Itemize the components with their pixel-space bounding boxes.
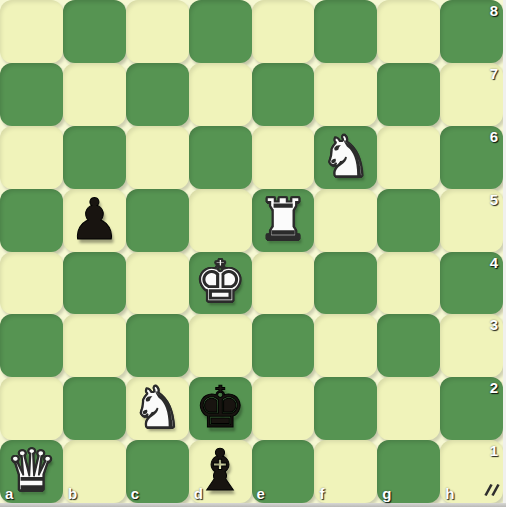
square-f7[interactable] — [314, 63, 377, 126]
square-f4[interactable] — [314, 252, 377, 315]
square-h3[interactable]: 3 — [440, 314, 503, 377]
square-g8[interactable] — [377, 0, 440, 63]
file-label-c: c — [131, 485, 139, 502]
square-a8[interactable] — [0, 0, 63, 63]
square-c4[interactable] — [126, 252, 189, 315]
square-d3[interactable] — [189, 314, 252, 377]
square-b8[interactable] — [63, 0, 126, 63]
rank-label-6: 6 — [490, 128, 498, 145]
file-label-e: e — [257, 485, 265, 502]
square-c1[interactable]: c — [126, 440, 189, 503]
square-c2[interactable]: ♞ — [126, 377, 189, 440]
square-c6[interactable] — [126, 126, 189, 189]
chess-board: 87♞6♟♜5♚43♞♚2♛abc♝defg1h — [0, 0, 503, 503]
piece-white-knight[interactable]: ♞ — [320, 128, 371, 185]
rank-label-2: 2 — [490, 379, 498, 396]
square-e3[interactable] — [252, 314, 315, 377]
square-f5[interactable] — [314, 189, 377, 252]
square-f3[interactable] — [314, 314, 377, 377]
square-h8[interactable]: 8 — [440, 0, 503, 63]
square-d1[interactable]: ♝d — [189, 440, 252, 503]
square-a4[interactable] — [0, 252, 63, 315]
square-a1[interactable]: ♛a — [0, 440, 63, 503]
square-d4[interactable]: ♚ — [189, 252, 252, 315]
square-e2[interactable] — [252, 377, 315, 440]
rank-label-4: 4 — [490, 254, 498, 271]
square-b1[interactable]: b — [63, 440, 126, 503]
square-g1[interactable]: g — [377, 440, 440, 503]
piece-white-queen[interactable]: ♛ — [6, 442, 57, 499]
square-d7[interactable] — [189, 63, 252, 126]
square-e1[interactable]: e — [252, 440, 315, 503]
square-e6[interactable] — [252, 126, 315, 189]
file-label-b: b — [68, 485, 77, 502]
square-b4[interactable] — [63, 252, 126, 315]
square-g3[interactable] — [377, 314, 440, 377]
square-e5[interactable]: ♜ — [252, 189, 315, 252]
square-f6[interactable]: ♞ — [314, 126, 377, 189]
rank-label-8: 8 — [490, 2, 498, 19]
square-b7[interactable] — [63, 63, 126, 126]
square-a5[interactable] — [0, 189, 63, 252]
square-a2[interactable] — [0, 377, 63, 440]
square-f8[interactable] — [314, 0, 377, 63]
square-b5[interactable]: ♟ — [63, 189, 126, 252]
square-c8[interactable] — [126, 0, 189, 63]
file-label-f: f — [319, 485, 324, 502]
board-edge-bottom — [0, 503, 506, 507]
square-c7[interactable] — [126, 63, 189, 126]
square-g7[interactable] — [377, 63, 440, 126]
rank-label-5: 5 — [490, 191, 498, 208]
square-d2[interactable]: ♚ — [189, 377, 252, 440]
square-c5[interactable] — [126, 189, 189, 252]
piece-black-king[interactable]: ♚ — [195, 379, 246, 436]
square-e8[interactable] — [252, 0, 315, 63]
resize-handle-icon[interactable] — [484, 483, 500, 497]
square-g6[interactable] — [377, 126, 440, 189]
square-f2[interactable] — [314, 377, 377, 440]
square-h6[interactable]: 6 — [440, 126, 503, 189]
square-f1[interactable]: f — [314, 440, 377, 503]
square-b6[interactable] — [63, 126, 126, 189]
square-h2[interactable]: 2 — [440, 377, 503, 440]
square-g4[interactable] — [377, 252, 440, 315]
square-a7[interactable] — [0, 63, 63, 126]
rank-label-7: 7 — [490, 65, 498, 82]
square-d5[interactable] — [189, 189, 252, 252]
square-d6[interactable] — [189, 126, 252, 189]
square-a6[interactable] — [0, 126, 63, 189]
square-e4[interactable] — [252, 252, 315, 315]
square-b2[interactable] — [63, 377, 126, 440]
piece-white-rook[interactable]: ♜ — [257, 191, 308, 248]
square-a3[interactable] — [0, 314, 63, 377]
square-g2[interactable] — [377, 377, 440, 440]
square-h4[interactable]: 4 — [440, 252, 503, 315]
square-g5[interactable] — [377, 189, 440, 252]
rank-label-1: 1 — [490, 442, 498, 459]
square-c3[interactable] — [126, 314, 189, 377]
file-label-g: g — [382, 485, 391, 502]
piece-black-bishop[interactable]: ♝ — [195, 442, 246, 499]
square-h7[interactable]: 7 — [440, 63, 503, 126]
piece-white-knight[interactable]: ♞ — [132, 379, 183, 436]
rank-label-3: 3 — [490, 316, 498, 333]
square-d8[interactable] — [189, 0, 252, 63]
file-label-h: h — [445, 485, 454, 502]
chess-app: 87♞6♟♜5♚43♞♚2♛abc♝defg1h — [0, 0, 506, 507]
piece-black-pawn[interactable]: ♟ — [69, 191, 120, 248]
square-h5[interactable]: 5 — [440, 189, 503, 252]
square-b3[interactable] — [63, 314, 126, 377]
square-e7[interactable] — [252, 63, 315, 126]
piece-white-king[interactable]: ♚ — [195, 253, 246, 310]
